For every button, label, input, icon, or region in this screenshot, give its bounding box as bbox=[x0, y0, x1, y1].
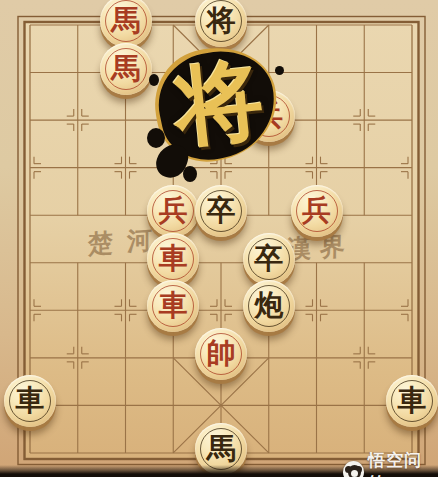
monkey-logo-icon bbox=[343, 461, 364, 477]
piece-red-chariot[interactable]: 車 bbox=[147, 280, 199, 332]
piece-black-chariot[interactable]: 車 bbox=[4, 375, 56, 427]
piece-black-soldier[interactable]: 卒 bbox=[195, 185, 247, 237]
piece-glyph: 馬 bbox=[100, 43, 152, 95]
piece-red-soldier[interactable]: 兵 bbox=[147, 185, 199, 237]
check-stamp: 将 bbox=[149, 44, 289, 189]
piece-glyph: 卒 bbox=[195, 185, 247, 237]
piece-red-horse[interactable]: 馬 bbox=[100, 43, 152, 95]
piece-red-general[interactable]: 帥 bbox=[195, 328, 247, 380]
piece-glyph: 車 bbox=[147, 280, 199, 332]
piece-glyph: 炮 bbox=[243, 280, 295, 332]
piece-glyph: 車 bbox=[147, 233, 199, 285]
piece-red-soldier[interactable]: 兵 bbox=[291, 185, 343, 237]
piece-black-soldier[interactable]: 卒 bbox=[243, 233, 295, 285]
piece-glyph: 卒 bbox=[243, 233, 295, 285]
piece-glyph: 帥 bbox=[195, 328, 247, 380]
piece-glyph: 馬 bbox=[100, 0, 152, 47]
piece-glyph: 兵 bbox=[147, 185, 199, 237]
piece-red-horse[interactable]: 馬 bbox=[100, 0, 152, 47]
piece-glyph: 将 bbox=[195, 0, 247, 47]
watermark-text: 悟空问答 bbox=[368, 449, 438, 477]
piece-glyph: 兵 bbox=[291, 185, 343, 237]
piece-black-cannon[interactable]: 炮 bbox=[243, 280, 295, 332]
watermark: 悟空问答 bbox=[343, 449, 438, 477]
xiangqi-game-screen: 楚河 漢界 馬将馬兵兵卒兵車卒車炮帥車車馬 将 悟空问答 bbox=[0, 0, 438, 477]
piece-black-chariot[interactable]: 車 bbox=[386, 375, 438, 427]
piece-glyph: 車 bbox=[4, 375, 56, 427]
check-stamp-text: 将 bbox=[144, 45, 294, 159]
piece-black-general[interactable]: 将 bbox=[195, 0, 247, 47]
piece-glyph: 車 bbox=[386, 375, 438, 427]
piece-red-chariot[interactable]: 車 bbox=[147, 233, 199, 285]
